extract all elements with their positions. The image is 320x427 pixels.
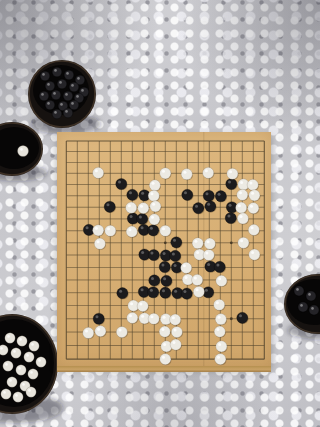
white-stone[interactable] xyxy=(193,286,204,297)
black-stone[interactable] xyxy=(193,203,204,214)
white-stone[interactable] xyxy=(215,354,226,365)
white-stone[interactable] xyxy=(126,202,137,213)
black-stone[interactable] xyxy=(237,312,248,323)
white-stone[interactable] xyxy=(214,299,225,310)
white-stone[interactable] xyxy=(105,225,116,236)
black-stone[interactable] xyxy=(214,261,225,272)
white-stone[interactable] xyxy=(126,226,137,237)
black-stone[interactable] xyxy=(161,275,172,286)
white-stone[interactable] xyxy=(160,225,171,236)
black-stone[interactable] xyxy=(159,261,170,272)
black-stone[interactable] xyxy=(148,287,159,298)
white-stone[interactable] xyxy=(116,326,127,337)
black-stone[interactable] xyxy=(137,213,148,224)
star-point xyxy=(164,241,167,244)
photo-scene xyxy=(0,0,320,427)
black-stone[interactable] xyxy=(104,201,115,212)
black-stone[interactable] xyxy=(170,250,181,261)
white-stone[interactable] xyxy=(94,238,105,249)
white-stone[interactable] xyxy=(248,224,259,235)
white-stone[interactable] xyxy=(237,213,248,224)
white-stone[interactable] xyxy=(181,169,192,180)
white-stone[interactable] xyxy=(138,203,149,214)
black-stone[interactable] xyxy=(181,288,192,299)
black-stone[interactable] xyxy=(149,275,160,286)
white-stone[interactable] xyxy=(248,203,259,214)
white-stone[interactable] xyxy=(247,179,258,190)
white-stone[interactable] xyxy=(215,314,226,325)
white-stone[interactable] xyxy=(160,168,171,179)
black-stone[interactable] xyxy=(225,212,236,223)
black-stone[interactable] xyxy=(205,201,216,212)
board-front-edge xyxy=(57,366,271,372)
star-point xyxy=(230,317,233,320)
white-stone[interactable] xyxy=(170,339,181,350)
white-stone[interactable] xyxy=(83,327,94,338)
white-stone[interactable] xyxy=(203,249,214,260)
white-stone[interactable] xyxy=(149,180,160,191)
star-point xyxy=(230,241,233,244)
white-stone[interactable] xyxy=(127,312,138,323)
white-stone[interactable] xyxy=(149,214,160,225)
white-stone[interactable] xyxy=(227,168,238,179)
stones-layer[interactable] xyxy=(83,167,261,365)
white-stone[interactable] xyxy=(93,167,104,178)
white-stone[interactable] xyxy=(148,313,159,324)
white-stone[interactable] xyxy=(216,341,227,352)
white-stone[interactable] xyxy=(181,262,192,273)
white-stone[interactable] xyxy=(93,225,104,236)
white-stone[interactable] xyxy=(236,202,247,213)
black-stone[interactable] xyxy=(226,178,237,189)
black-stone[interactable] xyxy=(116,178,127,189)
white-stone[interactable] xyxy=(249,249,260,260)
white-stone[interactable] xyxy=(148,190,159,201)
black-stone[interactable] xyxy=(117,288,128,299)
black-stone[interactable] xyxy=(215,191,226,202)
black-stone[interactable] xyxy=(93,313,104,324)
black-stone[interactable] xyxy=(203,190,214,201)
white-stone[interactable] xyxy=(95,326,106,337)
white-stone[interactable] xyxy=(216,275,227,286)
black-stone[interactable] xyxy=(182,189,193,200)
white-stone[interactable] xyxy=(170,314,181,325)
black-stone[interactable] xyxy=(127,189,138,200)
white-stone[interactable] xyxy=(159,326,170,337)
black-stone[interactable] xyxy=(148,249,159,260)
white-stone[interactable] xyxy=(137,300,148,311)
board-grid-and-stones[interactable] xyxy=(57,132,271,366)
white-stone[interactable] xyxy=(150,201,161,212)
black-stone[interactable] xyxy=(160,287,171,298)
white-stone[interactable] xyxy=(238,237,249,248)
white-stone[interactable] xyxy=(204,238,215,249)
go-board[interactable] xyxy=(57,132,271,366)
white-stone[interactable] xyxy=(160,354,171,365)
white-stone[interactable] xyxy=(203,167,214,178)
black-stone[interactable] xyxy=(148,225,159,236)
white-stone[interactable] xyxy=(237,189,248,200)
white-stone[interactable] xyxy=(192,274,203,285)
white-stone[interactable] xyxy=(249,190,260,201)
black-stone[interactable] xyxy=(171,237,182,248)
white-stone[interactable] xyxy=(171,326,182,337)
white-stone[interactable] xyxy=(192,238,203,249)
white-stone[interactable] xyxy=(214,326,225,337)
